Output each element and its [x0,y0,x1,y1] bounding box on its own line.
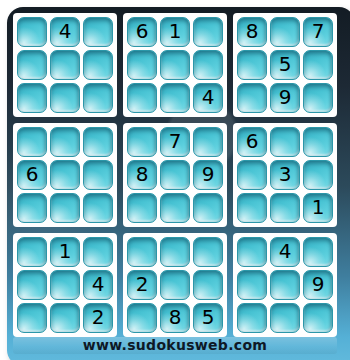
cell-r1c5[interactable]: 1 [160,17,190,47]
cell-r6c9[interactable]: 1 [303,193,333,223]
cell-r5c6[interactable]: 9 [193,160,223,190]
cell-r6c2[interactable] [50,193,80,223]
cell-r5c4[interactable]: 8 [127,160,157,190]
cell-r5c1[interactable]: 6 [17,160,47,190]
box-1-2: 614 [123,13,227,117]
cell-r2c2[interactable] [50,50,80,80]
cell-r3c4[interactable] [127,83,157,113]
cell-r9c5[interactable]: 8 [160,303,190,333]
cell-r4c3[interactable] [83,127,113,157]
cell-r1c4[interactable]: 6 [127,17,157,47]
cell-r7c6[interactable] [193,237,223,267]
cell-r7c4[interactable] [127,237,157,267]
cell-r4c2[interactable] [50,127,80,157]
cell-r3c7[interactable] [237,83,267,113]
cell-r7c8[interactable]: 4 [270,237,300,267]
cell-r3c6[interactable]: 4 [193,83,223,113]
cell-r8c5[interactable] [160,270,190,300]
cell-r4c8[interactable] [270,127,300,157]
cell-r9c3[interactable]: 2 [83,303,113,333]
cell-r2c5[interactable] [160,50,190,80]
box-3-1: 142 [13,233,117,337]
cell-r8c1[interactable] [17,270,47,300]
cell-r8c9[interactable]: 9 [303,270,333,300]
cell-r9c1[interactable] [17,303,47,333]
cell-r8c8[interactable] [270,270,300,300]
box-3-3: 49 [233,233,337,337]
cell-r4c9[interactable] [303,127,333,157]
cell-r4c4[interactable] [127,127,157,157]
cell-r2c9[interactable] [303,50,333,80]
box-1-1: 4 [13,13,117,117]
cell-r2c1[interactable] [17,50,47,80]
cell-r6c1[interactable] [17,193,47,223]
cell-r5c2[interactable] [50,160,80,190]
box-1-3: 8759 [233,13,337,117]
cell-r9c7[interactable] [237,303,267,333]
cell-r2c4[interactable] [127,50,157,80]
cell-r3c5[interactable] [160,83,190,113]
cell-r3c1[interactable] [17,83,47,113]
cell-r9c2[interactable] [50,303,80,333]
cell-r1c9[interactable]: 7 [303,17,333,47]
cell-r8c4[interactable]: 2 [127,270,157,300]
cell-r3c8[interactable]: 9 [270,83,300,113]
cell-r5c9[interactable] [303,160,333,190]
cell-r6c8[interactable] [270,193,300,223]
cell-r4c7[interactable]: 6 [237,127,267,157]
cell-r4c5[interactable]: 7 [160,127,190,157]
cell-r9c8[interactable] [270,303,300,333]
cell-r4c1[interactable] [17,127,47,157]
cell-r9c9[interactable] [303,303,333,333]
cell-r9c4[interactable] [127,303,157,333]
box-3-2: 285 [123,233,227,337]
cell-r3c2[interactable] [50,83,80,113]
cell-r7c9[interactable] [303,237,333,267]
cell-r5c8[interactable]: 3 [270,160,300,190]
footer-url: www.sudokusweb.com [13,337,337,354]
cell-r8c6[interactable] [193,270,223,300]
cell-r8c2[interactable] [50,270,80,300]
cell-r1c6[interactable] [193,17,223,47]
cell-r6c3[interactable] [83,193,113,223]
cell-r4c6[interactable] [193,127,223,157]
cell-r1c2[interactable]: 4 [50,17,80,47]
cell-r2c8[interactable]: 5 [270,50,300,80]
cell-r5c3[interactable] [83,160,113,190]
sudoku-board: 46148759678963114228549 [13,13,337,337]
cell-r7c1[interactable] [17,237,47,267]
cell-r7c7[interactable] [237,237,267,267]
cell-r7c5[interactable] [160,237,190,267]
cell-r5c7[interactable] [237,160,267,190]
cell-r2c6[interactable] [193,50,223,80]
cell-r6c5[interactable] [160,193,190,223]
box-2-1: 6 [13,123,117,227]
sudoku-frame: 46148759678963114228549 www.sudokusweb.c… [7,7,350,360]
cell-r1c7[interactable]: 8 [237,17,267,47]
cell-r6c7[interactable] [237,193,267,223]
cell-r6c6[interactable] [193,193,223,223]
box-2-3: 631 [233,123,337,227]
cell-r7c3[interactable] [83,237,113,267]
cell-r3c3[interactable] [83,83,113,113]
cell-r8c7[interactable] [237,270,267,300]
box-2-2: 789 [123,123,227,227]
cell-r5c5[interactable] [160,160,190,190]
cell-r1c1[interactable] [17,17,47,47]
cell-r9c6[interactable]: 5 [193,303,223,333]
cell-r2c7[interactable] [237,50,267,80]
cell-r3c9[interactable] [303,83,333,113]
cell-r7c2[interactable]: 1 [50,237,80,267]
cell-r2c3[interactable] [83,50,113,80]
cell-r1c3[interactable] [83,17,113,47]
cell-r6c4[interactable] [127,193,157,223]
cell-r1c8[interactable] [270,17,300,47]
cell-r8c3[interactable]: 4 [83,270,113,300]
